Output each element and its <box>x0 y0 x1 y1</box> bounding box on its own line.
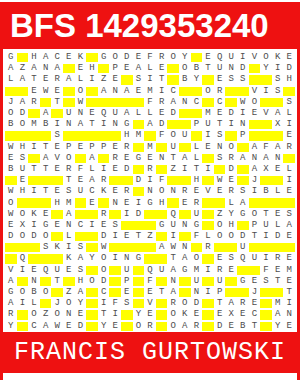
grid-cell-letter: W <box>167 243 179 252</box>
grid-cell-letter: O <box>225 232 237 241</box>
grid-cell-block <box>260 288 272 297</box>
grid-cell-letter: W <box>5 187 17 196</box>
grid-cell-letter: E <box>283 322 295 331</box>
grid-cell-letter: A <box>98 87 110 96</box>
grid-cell-letter: E <box>283 131 295 140</box>
grid-cell-block <box>272 98 284 107</box>
grid-cell-letter: O <box>98 254 110 263</box>
grid-cell-letter: E <box>156 64 168 73</box>
grid-cell-block <box>98 198 110 207</box>
grid-cell-letter: N <box>283 310 295 319</box>
grid-cell-letter: G <box>133 254 145 263</box>
grid-cell-letter: R <box>98 176 110 185</box>
grid-cell-letter: O <box>133 322 145 331</box>
grid-cell-block <box>237 176 249 185</box>
grid-cell-letter: Y <box>225 210 237 219</box>
grid-cell-letter: I <box>98 120 110 129</box>
grid-cell-letter: D <box>225 109 237 118</box>
grid-cell-letter: W <box>214 176 226 185</box>
book-title: BFS 1429353240 <box>10 7 269 45</box>
grid-cell-block <box>86 299 98 308</box>
grid-cell-letter: A <box>237 198 249 207</box>
grid-cell-block <box>86 98 98 107</box>
grid-cell-letter: I <box>98 299 110 308</box>
grid-cell-letter: A <box>51 64 63 73</box>
grid-cell-letter: A <box>63 75 75 84</box>
grid-cell-letter: T <box>40 187 52 196</box>
grid-cell-letter: D <box>28 232 40 241</box>
grid-cell-letter: S <box>225 254 237 263</box>
grid-cell-block <box>86 87 98 96</box>
grid-cell-block <box>260 131 272 140</box>
grid-cell-letter: W <box>5 210 17 219</box>
grid-cell-block <box>133 120 145 129</box>
grid-cell-letter: E <box>75 143 87 152</box>
grid-cell-block <box>144 131 156 140</box>
grid-cell-block <box>272 243 284 252</box>
grid-cell-letter: G <box>156 221 168 230</box>
grid-cell-block <box>86 322 98 331</box>
grid-cell-block <box>179 210 191 219</box>
grid-cell-letter: E <box>214 109 226 118</box>
grid-cell-block <box>28 254 40 263</box>
grid-cell-letter: O <box>179 64 191 73</box>
grid-cell-letter: C <box>28 322 40 331</box>
grid-cell-block <box>17 243 29 252</box>
author-band: FRANCIS GURTOWSKI <box>3 332 297 373</box>
grid-cell-block <box>133 143 145 152</box>
grid-cell-letter: O <box>109 53 121 62</box>
grid-cell-letter: M <box>272 299 284 308</box>
grid-cell-letter: O <box>17 210 29 219</box>
grid-cell-block <box>225 131 237 140</box>
grid-cell-letter: I <box>144 176 156 185</box>
grid-cell-letter: D <box>225 165 237 174</box>
grid-cell-block <box>202 299 214 308</box>
grid-cell-letter: G <box>40 221 52 230</box>
grid-cell-block <box>86 131 98 140</box>
grid-cell-letter: S <box>283 98 295 107</box>
grid-cell-letter: A <box>156 243 168 252</box>
grid-cell-letter: N <box>75 109 87 118</box>
grid-cell-letter: E <box>51 165 63 174</box>
grid-cell-letter: E <box>75 310 87 319</box>
grid-cell-block <box>5 243 17 252</box>
grid-cell-letter: U <box>75 187 87 196</box>
grid-cell-letter: R <box>272 254 284 263</box>
grid-cell-letter: D <box>75 322 87 331</box>
grid-cell-letter: A <box>167 98 179 107</box>
grid-cell-letter: U <box>63 109 75 118</box>
grid-cell-letter: L <box>144 109 156 118</box>
grid-cell-letter: F <box>144 98 156 107</box>
grid-cell-letter: E <box>63 266 75 275</box>
grid-cell-block <box>249 75 261 84</box>
grid-cell-letter: D <box>272 232 284 241</box>
grid-cell-block <box>202 198 214 207</box>
grid-cell-letter: K <box>28 210 40 219</box>
grid-cell-block <box>249 243 261 252</box>
grid-cell-letter: B <box>191 64 203 73</box>
grid-cell-letter: E <box>51 221 63 230</box>
grid-cell-block <box>133 299 145 308</box>
grid-cell-letter: E <box>202 53 214 62</box>
grid-cell-block <box>28 243 40 252</box>
grid-cell-letter: Y <box>260 64 272 73</box>
grid-cell-letter: A <box>167 266 179 275</box>
grid-cell-letter: E <box>272 165 284 174</box>
grid-cell-letter: H <box>17 187 29 196</box>
grid-cell-letter: H <box>75 277 87 286</box>
grid-cell-block <box>5 131 17 140</box>
grid-cell-letter: U <box>167 221 179 230</box>
grid-cell-block <box>237 288 249 297</box>
grid-cell-letter: E <box>225 266 237 275</box>
grid-cell-letter: R <box>144 165 156 174</box>
grid-cell-letter: R <box>121 143 133 152</box>
grid-cell-block <box>133 165 145 174</box>
grid-cell-letter: I <box>202 165 214 174</box>
grid-cell-letter: S <box>40 243 52 252</box>
grid-cell-block <box>133 277 145 286</box>
grid-cell-letter: D <box>283 64 295 73</box>
grid-cell-letter: A <box>260 154 272 163</box>
grid-cell-letter: S <box>75 266 87 275</box>
grid-cell-letter: E <box>283 53 295 62</box>
grid-cell-letter: E <box>28 266 40 275</box>
grid-cell-letter: A <box>237 154 249 163</box>
grid-cell-block <box>179 176 191 185</box>
grid-cell-block <box>51 176 63 185</box>
grid-cell-letter: F <box>144 277 156 286</box>
grid-cell-letter: O <box>28 310 40 319</box>
grid-cell-letter: I <box>179 165 191 174</box>
grid-cell-block <box>179 143 191 152</box>
grid-cell-letter: X <box>260 165 272 174</box>
grid-cell-block <box>202 221 214 230</box>
grid-cell-letter: C <box>98 288 110 297</box>
grid-cell-letter: L <box>28 299 40 308</box>
grid-cell-letter: T <box>40 165 52 174</box>
grid-cell-letter: Q <box>167 210 179 219</box>
grid-cell-letter: P <box>109 64 121 73</box>
grid-cell-block <box>28 176 40 185</box>
grid-cell-letter: R <box>225 187 237 196</box>
grid-cell-letter: E <box>283 277 295 286</box>
grid-cell-letter: L <box>202 232 214 241</box>
grid-cell-block <box>75 131 87 140</box>
grid-cell-letter: D <box>191 299 203 308</box>
grid-cell-letter: E <box>98 221 110 230</box>
grid-cell-letter: I <box>260 254 272 263</box>
grid-cell-block <box>17 87 29 96</box>
grid-cell-letter: U <box>249 254 261 263</box>
grid-cell-letter: T <box>156 288 168 297</box>
grid-cell-letter: E <box>17 176 29 185</box>
grid-cell-letter: A <box>40 53 52 62</box>
grid-cell-letter: A <box>272 310 284 319</box>
grid-cell-letter: S <box>214 131 226 140</box>
grid-cell-letter: M <box>63 198 75 207</box>
grid-cell-letter: N <box>167 187 179 196</box>
grid-cell-letter: T <box>249 232 261 241</box>
grid-cell-block <box>156 299 168 308</box>
grid-cell-letter: T <box>214 299 226 308</box>
grid-cell-letter: D <box>237 232 249 241</box>
grid-cell-letter: D <box>156 120 168 129</box>
grid-cell-letter: O <box>167 131 179 140</box>
grid-cell-letter: O <box>156 187 168 196</box>
grid-cell-letter: R <box>5 310 17 319</box>
grid-cell-letter: T <box>28 75 40 84</box>
grid-cell-letter: U <box>260 221 272 230</box>
grid-cell-letter: E <box>121 232 133 241</box>
grid-cell-letter: H <box>17 143 29 152</box>
grid-cell-letter: M <box>133 131 145 140</box>
grid-cell-letter: I <box>28 187 40 196</box>
grid-cell-block <box>86 266 98 275</box>
grid-cell-block <box>225 98 237 107</box>
grid-cell-letter: F <box>75 165 87 174</box>
grid-cell-letter: O <box>260 53 272 62</box>
grid-cell-letter: A <box>225 299 237 308</box>
grid-cell-block <box>40 254 52 263</box>
grid-cell-block <box>167 198 179 207</box>
grid-cell-letter: A <box>17 98 29 107</box>
grid-cell-block <box>202 75 214 84</box>
grid-cell-letter: B <box>5 165 17 174</box>
grid-cell-block <box>63 87 75 96</box>
grid-cell-letter: L <box>272 187 284 196</box>
grid-cell-letter: R <box>28 98 40 107</box>
grid-cell-letter: C <box>214 98 226 107</box>
grid-cell-letter: C <box>51 53 63 62</box>
grid-cell-block <box>75 210 87 219</box>
grid-cell-letter: T <box>133 232 145 241</box>
grid-cell-block <box>202 176 214 185</box>
grid-cell-block <box>17 131 29 140</box>
grid-cell-block <box>40 176 52 185</box>
grid-cell-letter: A <box>75 120 87 129</box>
grid-cell-block <box>17 277 29 286</box>
book-cover: BFS 1429353240 GHACEKGODEFROYEQUIVOKEAZA… <box>0 2 300 380</box>
grid-cell-letter: T <box>28 165 40 174</box>
grid-cell-block <box>28 198 40 207</box>
grid-cell-letter: E <box>121 64 133 73</box>
grid-cell-letter: P <box>191 120 203 129</box>
grid-cell-letter: E <box>225 176 237 185</box>
grid-cell-letter: G <box>121 120 133 129</box>
grid-cell-block <box>283 87 295 96</box>
grid-cell-block <box>51 288 63 297</box>
grid-cell-letter: O <box>17 288 29 297</box>
grid-cell-letter: I <box>133 198 145 207</box>
grid-cell-letter: Z <box>63 288 75 297</box>
grid-cell-block <box>28 154 40 163</box>
grid-cell-letter: O <box>98 266 110 275</box>
grid-cell-letter: T <box>167 154 179 163</box>
grid-cell-letter: O <box>5 198 17 207</box>
grid-cell-block <box>283 154 295 163</box>
grid-cell-letter: O <box>17 120 29 129</box>
grid-cell-letter: E <box>75 176 87 185</box>
grid-cell-letter: W <box>51 322 63 331</box>
grid-cell-letter: N <box>237 120 249 129</box>
grid-cell-letter: P <box>121 277 133 286</box>
grid-cell-letter: S <box>214 154 226 163</box>
grid-cell-letter: H <box>86 64 98 73</box>
grid-cell-block <box>75 198 87 207</box>
grid-cell-block <box>249 131 261 140</box>
grid-cell-letter: A <box>179 322 191 331</box>
grid-cell-letter: H <box>283 75 295 84</box>
grid-cell-letter: A <box>40 109 52 118</box>
grid-cell-letter: V <box>144 299 156 308</box>
grid-cell-block <box>237 266 249 275</box>
grid-cell-letter: L <box>191 143 203 152</box>
grid-cell-letter: Z <box>144 232 156 241</box>
grid-cell-letter: E <box>249 299 261 308</box>
grid-cell-letter: E <box>249 277 261 286</box>
grid-cell-letter: E <box>121 154 133 163</box>
grid-cell-letter: R <box>156 53 168 62</box>
grid-cell-block <box>98 154 110 163</box>
grid-cell-block <box>272 198 284 207</box>
grid-cell-letter: U <box>17 165 29 174</box>
grid-cell-block <box>214 165 226 174</box>
grid-cell-letter: A <box>28 64 40 73</box>
grid-cell-block <box>109 266 121 275</box>
grid-cell-letter: Q <box>144 266 156 275</box>
grid-cell-letter: L <box>283 109 295 118</box>
grid-cell-letter: S <box>225 75 237 84</box>
grid-cell-letter: G <box>179 266 191 275</box>
grid-cell-block <box>225 243 237 252</box>
grid-cell-block <box>17 310 29 319</box>
grid-cell-letter: R <box>214 87 226 96</box>
grid-cell-letter: I <box>28 221 40 230</box>
grid-cell-letter: U <box>214 277 226 286</box>
grid-cell-letter: N <box>63 310 75 319</box>
grid-cell-letter: C <box>167 87 179 96</box>
grid-cell-letter: S <box>51 131 63 140</box>
grid-cell-block <box>86 288 98 297</box>
grid-cell-letter: A <box>133 64 145 73</box>
grid-cell-letter: T <box>51 98 63 107</box>
grid-cell-block <box>260 198 272 207</box>
grid-cell-letter: P <box>249 221 261 230</box>
grid-cell-letter: U <box>202 120 214 129</box>
grid-cell-letter: M <box>202 109 214 118</box>
grid-cell-letter: A <box>5 64 17 73</box>
grid-cell-block <box>237 221 249 230</box>
grid-cell-letter: N <box>63 221 75 230</box>
grid-cell-block <box>109 288 121 297</box>
grid-cell-letter: O <box>249 210 261 219</box>
grid-cell-letter: R <box>144 322 156 331</box>
grid-cell-letter: E <box>249 109 261 118</box>
grid-cell-letter: I <box>260 87 272 96</box>
grid-cell-letter: O <box>63 299 75 308</box>
grid-cell-letter: I <box>260 232 272 241</box>
grid-cell-block <box>40 98 52 107</box>
grid-cell-letter: I <box>225 120 237 129</box>
grid-cell-letter: K <box>51 243 63 252</box>
grid-cell-letter: E <box>214 187 226 196</box>
grid-cell-letter: T <box>283 288 295 297</box>
grid-cell-letter: F <box>144 53 156 62</box>
grid-cell-letter: Z <box>98 75 110 84</box>
grid-cell-block <box>75 232 87 241</box>
grid-cell-block <box>51 109 63 118</box>
grid-cell-letter: T <box>63 176 75 185</box>
grid-cell-letter: I <box>98 165 110 174</box>
grid-cell-letter: E <box>144 154 156 163</box>
grid-cell-letter: T <box>191 165 203 174</box>
grid-cell-letter: I <box>237 53 249 62</box>
grid-cell-block <box>260 98 272 107</box>
grid-cell-letter: C <box>249 310 261 319</box>
grid-cell-letter: S <box>260 277 272 286</box>
grid-cell-letter: E <box>237 310 249 319</box>
grid-cell-block <box>51 210 63 219</box>
grid-cell-letter: O <box>179 299 191 308</box>
grid-cell-letter: E <box>40 210 52 219</box>
grid-cell-letter: E <box>75 64 87 73</box>
grid-cell-letter: R <box>214 266 226 275</box>
grid-cell-letter: E <box>144 310 156 319</box>
grid-cell-block <box>5 176 17 185</box>
grid-cell-letter: R <box>156 98 168 107</box>
grid-cell-letter: Q <box>40 266 52 275</box>
grid-cell-letter: O <box>202 87 214 96</box>
grid-cell-block <box>249 64 261 73</box>
grid-cell-letter: L <box>75 75 87 84</box>
grid-cell-letter: W <box>237 98 249 107</box>
grid-cell-letter: N <box>156 154 168 163</box>
grid-cell-block <box>283 243 295 252</box>
grid-cell-block <box>86 210 98 219</box>
grid-cell-block <box>191 131 203 140</box>
grid-cell-letter: I <box>63 243 75 252</box>
grid-cell-block <box>156 210 168 219</box>
grid-cell-letter: S <box>283 210 295 219</box>
puzzle-grid-wrap: GHACEKGODEFROYEQUIVOKEAZANAEHPEALEOBTUND… <box>5 53 295 331</box>
grid-cell-block <box>179 87 191 96</box>
grid-cell-letter: F <box>109 299 121 308</box>
grid-cell-block <box>167 120 179 129</box>
grid-cell-letter: S <box>17 154 29 163</box>
grid-cell-letter: Y <box>179 53 191 62</box>
grid-cell-letter: D <box>237 64 249 73</box>
grid-cell-letter: V <box>5 266 17 275</box>
grid-cell-block <box>28 109 40 118</box>
grid-cell-letter: S <box>272 87 284 96</box>
grid-cell-letter: R <box>51 75 63 84</box>
grid-cell-letter: F <box>156 131 168 140</box>
grid-cell-block <box>109 277 121 286</box>
grid-cell-block <box>133 266 145 275</box>
grid-cell-letter: R <box>98 210 110 219</box>
grid-cell-letter: E <box>51 87 63 96</box>
grid-cell-block <box>98 64 110 73</box>
grid-cell-letter: E <box>202 143 214 152</box>
grid-cell-letter: J <box>249 288 261 297</box>
grid-cell-letter: A <box>40 322 52 331</box>
grid-cell-letter: M <box>191 266 203 275</box>
grid-cell-letter: G <box>237 277 249 286</box>
grid-cell-letter: E <box>283 187 295 196</box>
